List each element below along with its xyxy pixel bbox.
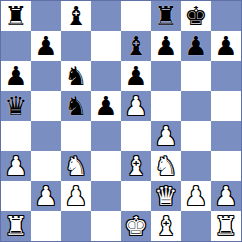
square-h3[interactable] [211, 151, 241, 181]
square-b6[interactable] [31, 61, 61, 91]
square-d7[interactable] [91, 31, 121, 61]
square-h1[interactable]: ♜ [211, 211, 241, 241]
black-pawn-icon: ♟ [181, 31, 211, 61]
square-g7[interactable]: ♟ [181, 31, 211, 61]
white-knight-icon: ♞ [151, 151, 181, 181]
square-e7[interactable]: ♝ [121, 31, 151, 61]
square-b1[interactable] [31, 211, 61, 241]
square-d1[interactable] [91, 211, 121, 241]
square-a1[interactable]: ♜ [1, 211, 31, 241]
square-f5[interactable] [151, 91, 181, 121]
white-pawn-icon: ♟ [61, 181, 91, 211]
square-e3[interactable]: ♝ [121, 151, 151, 181]
square-h8[interactable] [211, 1, 241, 31]
square-d4[interactable] [91, 121, 121, 151]
square-d8[interactable] [91, 1, 121, 31]
square-f2[interactable]: ♛ [151, 181, 181, 211]
square-b4[interactable] [31, 121, 61, 151]
square-g4[interactable] [181, 121, 211, 151]
black-knight-icon: ♞ [61, 91, 91, 121]
black-pawn-icon: ♟ [121, 61, 151, 91]
square-h4[interactable] [211, 121, 241, 151]
white-knight-icon: ♞ [61, 151, 91, 181]
square-e6[interactable]: ♟ [121, 61, 151, 91]
square-c7[interactable] [61, 31, 91, 61]
square-c8[interactable]: ♝ [61, 1, 91, 31]
white-pawn-icon: ♟ [121, 91, 151, 121]
black-pawn-icon: ♟ [1, 61, 31, 91]
square-f6[interactable] [151, 61, 181, 91]
square-f7[interactable]: ♟ [151, 31, 181, 61]
square-e2[interactable] [121, 181, 151, 211]
white-rook-icon: ♜ [211, 211, 241, 241]
square-c6[interactable]: ♞ [61, 61, 91, 91]
square-g8[interactable]: ♚ [181, 1, 211, 31]
square-b7[interactable]: ♟ [31, 31, 61, 61]
square-d5[interactable]: ♟ [91, 91, 121, 121]
white-pawn-icon: ♟ [31, 181, 61, 211]
white-queen-icon: ♛ [151, 181, 181, 211]
black-queen-icon: ♛ [1, 91, 31, 121]
square-a3[interactable]: ♟ [1, 151, 31, 181]
chess-board-frame: ♜♝♜♚♟♝♟♟♟♟♞♟♛♞♟♟♟♟♞♝♞♟♟♛♟♟♜♚♝♜ [0, 0, 242, 242]
black-pawn-icon: ♟ [91, 91, 121, 121]
black-rook-icon: ♜ [1, 1, 31, 31]
square-g1[interactable] [181, 211, 211, 241]
square-e1[interactable]: ♚ [121, 211, 151, 241]
square-c4[interactable] [61, 121, 91, 151]
square-h6[interactable] [211, 61, 241, 91]
square-d6[interactable] [91, 61, 121, 91]
square-h2[interactable]: ♟ [211, 181, 241, 211]
square-c5[interactable]: ♞ [61, 91, 91, 121]
square-g3[interactable] [181, 151, 211, 181]
square-g5[interactable] [181, 91, 211, 121]
square-g6[interactable] [181, 61, 211, 91]
square-b8[interactable] [31, 1, 61, 31]
square-d2[interactable] [91, 181, 121, 211]
square-d3[interactable] [91, 151, 121, 181]
white-pawn-icon: ♟ [181, 181, 211, 211]
square-c3[interactable]: ♞ [61, 151, 91, 181]
square-a5[interactable]: ♛ [1, 91, 31, 121]
square-c1[interactable] [61, 211, 91, 241]
black-pawn-icon: ♟ [211, 31, 241, 61]
square-a2[interactable] [1, 181, 31, 211]
white-pawn-icon: ♟ [211, 181, 241, 211]
square-b2[interactable]: ♟ [31, 181, 61, 211]
square-a4[interactable] [1, 121, 31, 151]
white-pawn-icon: ♟ [1, 151, 31, 181]
white-rook-icon: ♜ [1, 211, 31, 241]
white-pawn-icon: ♟ [151, 121, 181, 151]
square-e8[interactable] [121, 1, 151, 31]
square-e5[interactable]: ♟ [121, 91, 151, 121]
square-a6[interactable]: ♟ [1, 61, 31, 91]
white-bishop-icon: ♝ [151, 211, 181, 241]
black-bishop-icon: ♝ [61, 1, 91, 31]
square-c2[interactable]: ♟ [61, 181, 91, 211]
square-f3[interactable]: ♞ [151, 151, 181, 181]
square-e4[interactable] [121, 121, 151, 151]
black-knight-icon: ♞ [61, 61, 91, 91]
square-h7[interactable]: ♟ [211, 31, 241, 61]
square-h5[interactable] [211, 91, 241, 121]
square-g2[interactable]: ♟ [181, 181, 211, 211]
black-rook-icon: ♜ [151, 1, 181, 31]
black-pawn-icon: ♟ [31, 31, 61, 61]
square-b3[interactable] [31, 151, 61, 181]
black-pawn-icon: ♟ [151, 31, 181, 61]
square-b5[interactable] [31, 91, 61, 121]
black-king-icon: ♚ [181, 1, 211, 31]
square-f1[interactable]: ♝ [151, 211, 181, 241]
black-bishop-icon: ♝ [121, 31, 151, 61]
square-a7[interactable] [1, 31, 31, 61]
white-king-icon: ♚ [121, 211, 151, 241]
chess-board: ♜♝♜♚♟♝♟♟♟♟♞♟♛♞♟♟♟♟♞♝♞♟♟♛♟♟♜♚♝♜ [1, 1, 241, 241]
square-a8[interactable]: ♜ [1, 1, 31, 31]
square-f4[interactable]: ♟ [151, 121, 181, 151]
square-f8[interactable]: ♜ [151, 1, 181, 31]
white-bishop-icon: ♝ [121, 151, 151, 181]
